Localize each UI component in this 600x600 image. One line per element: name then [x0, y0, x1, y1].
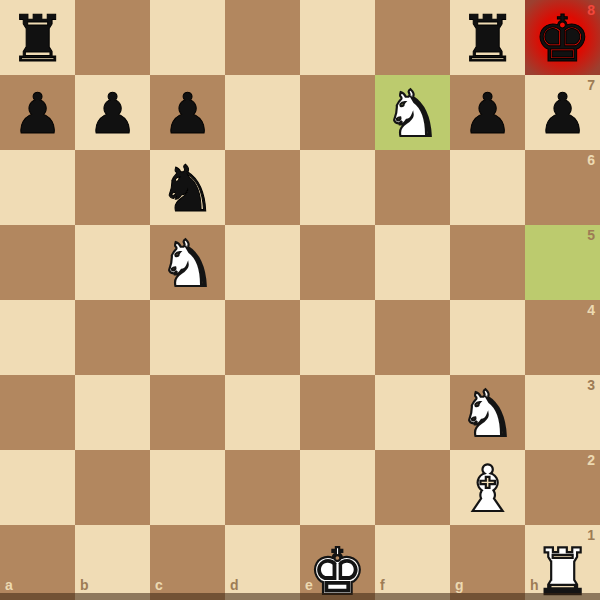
square-e3[interactable] [300, 375, 375, 450]
file-label-e: e [305, 577, 313, 593]
square-c3[interactable] [150, 375, 225, 450]
square-b3[interactable] [75, 375, 150, 450]
square-a8[interactable]: ♜ [0, 0, 75, 75]
rank-label-2: 2 [587, 452, 595, 468]
square-c5[interactable]: ♞ [150, 225, 225, 300]
square-d6[interactable] [225, 150, 300, 225]
square-h1[interactable]: ♜1h [525, 525, 600, 600]
piece-black-pawn-g7[interactable]: ♟ [450, 75, 525, 150]
square-e8[interactable] [300, 0, 375, 75]
square-f3[interactable] [375, 375, 450, 450]
piece-black-rook-g8[interactable]: ♜ [450, 0, 525, 75]
square-g2[interactable]: ♝ [450, 450, 525, 525]
chess-board: ♜♜♚8♟♟♟♞♟♟7♞6♞54♞3♝2abcd♚efg♜1h [0, 0, 600, 600]
square-c2[interactable] [150, 450, 225, 525]
square-b8[interactable] [75, 0, 150, 75]
square-h2[interactable]: 2 [525, 450, 600, 525]
file-label-g: g [455, 577, 464, 593]
square-b6[interactable] [75, 150, 150, 225]
file-label-c: c [155, 577, 163, 593]
square-d5[interactable] [225, 225, 300, 300]
square-g1[interactable]: g [450, 525, 525, 600]
file-label-b: b [80, 577, 89, 593]
piece-white-knight-g3[interactable]: ♞ [450, 375, 525, 450]
square-a1[interactable]: a [0, 525, 75, 600]
square-d3[interactable] [225, 375, 300, 450]
square-g8[interactable]: ♜ [450, 0, 525, 75]
square-b2[interactable] [75, 450, 150, 525]
rank-label-5: 5 [587, 227, 595, 243]
square-f8[interactable] [375, 0, 450, 75]
square-g6[interactable] [450, 150, 525, 225]
square-h7[interactable]: ♟7 [525, 75, 600, 150]
file-label-a: a [5, 577, 13, 593]
square-h8[interactable]: ♚8 [525, 0, 600, 75]
piece-white-knight-f7[interactable]: ♞ [375, 75, 450, 150]
square-e6[interactable] [300, 150, 375, 225]
square-g7[interactable]: ♟ [450, 75, 525, 150]
piece-black-knight-c6[interactable]: ♞ [150, 150, 225, 225]
piece-black-rook-a8[interactable]: ♜ [0, 0, 75, 75]
square-f2[interactable] [375, 450, 450, 525]
square-b4[interactable] [75, 300, 150, 375]
piece-black-pawn-c7[interactable]: ♟ [150, 75, 225, 150]
file-label-d: d [230, 577, 239, 593]
file-label-f: f [380, 577, 385, 593]
square-a3[interactable] [0, 375, 75, 450]
piece-black-pawn-b7[interactable]: ♟ [75, 75, 150, 150]
square-c7[interactable]: ♟ [150, 75, 225, 150]
file-label-h: h [530, 577, 539, 593]
square-h3[interactable]: 3 [525, 375, 600, 450]
square-g3[interactable]: ♞ [450, 375, 525, 450]
square-a2[interactable] [0, 450, 75, 525]
square-d2[interactable] [225, 450, 300, 525]
rank-label-8: 8 [587, 2, 595, 18]
square-d4[interactable] [225, 300, 300, 375]
square-h4[interactable]: 4 [525, 300, 600, 375]
square-g4[interactable] [450, 300, 525, 375]
square-b7[interactable]: ♟ [75, 75, 150, 150]
square-c6[interactable]: ♞ [150, 150, 225, 225]
square-c4[interactable] [150, 300, 225, 375]
square-e2[interactable] [300, 450, 375, 525]
square-g5[interactable] [450, 225, 525, 300]
piece-white-bishop-g2[interactable]: ♝ [450, 450, 525, 525]
square-h6[interactable]: 6 [525, 150, 600, 225]
square-d8[interactable] [225, 0, 300, 75]
square-h5[interactable]: 5 [525, 225, 600, 300]
square-e1[interactable]: ♚e [300, 525, 375, 600]
square-f5[interactable] [375, 225, 450, 300]
square-d7[interactable] [225, 75, 300, 150]
square-c1[interactable]: c [150, 525, 225, 600]
square-c8[interactable] [150, 0, 225, 75]
square-a6[interactable] [0, 150, 75, 225]
rank-label-3: 3 [587, 377, 595, 393]
square-a5[interactable] [0, 225, 75, 300]
rank-label-1: 1 [587, 527, 595, 543]
square-a4[interactable] [0, 300, 75, 375]
square-f6[interactable] [375, 150, 450, 225]
rank-label-4: 4 [587, 302, 595, 318]
square-b5[interactable] [75, 225, 150, 300]
square-d1[interactable]: d [225, 525, 300, 600]
square-f1[interactable]: f [375, 525, 450, 600]
square-e7[interactable] [300, 75, 375, 150]
square-a7[interactable]: ♟ [0, 75, 75, 150]
square-e4[interactable] [300, 300, 375, 375]
square-b1[interactable]: b [75, 525, 150, 600]
piece-black-pawn-a7[interactable]: ♟ [0, 75, 75, 150]
square-f7[interactable]: ♞ [375, 75, 450, 150]
rank-label-7: 7 [587, 77, 595, 93]
piece-white-knight-c5[interactable]: ♞ [150, 225, 225, 300]
rank-label-6: 6 [587, 152, 595, 168]
square-f4[interactable] [375, 300, 450, 375]
square-e5[interactable] [300, 225, 375, 300]
